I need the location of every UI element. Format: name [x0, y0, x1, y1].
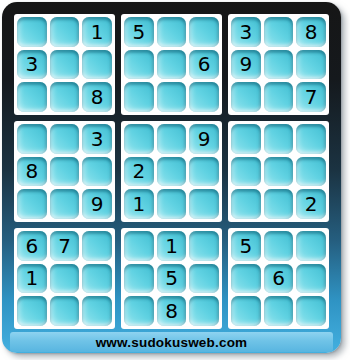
cell-r7c2[interactable]: 7	[50, 231, 80, 261]
cell-r9c1[interactable]	[17, 296, 47, 326]
cell-r7c9[interactable]	[296, 231, 326, 261]
cell-r1c9[interactable]: 8	[296, 17, 326, 47]
cell-r8c2[interactable]	[50, 264, 80, 294]
cell-r8c5[interactable]: 5	[157, 264, 187, 294]
cell-r7c8[interactable]	[264, 231, 294, 261]
cell-r5c5[interactable]	[157, 157, 187, 187]
cell-r8c1[interactable]: 1	[17, 264, 47, 294]
cell-r5c8[interactable]	[264, 157, 294, 187]
cell-r6c6[interactable]	[189, 189, 219, 219]
cell-r3c8[interactable]	[264, 82, 294, 112]
cell-r5c2[interactable]	[50, 157, 80, 187]
cell-r7c4[interactable]	[124, 231, 154, 261]
cell-r2c9[interactable]	[296, 50, 326, 80]
cell-r7c3[interactable]	[82, 231, 112, 261]
cell-r2c3[interactable]	[82, 50, 112, 80]
cell-r5c1[interactable]: 8	[17, 157, 47, 187]
cell-r2c5[interactable]	[157, 50, 187, 80]
cell-r1c1[interactable]	[17, 17, 47, 47]
cell-r7c6[interactable]	[189, 231, 219, 261]
cell-r6c3[interactable]: 9	[82, 189, 112, 219]
cell-r2c7[interactable]: 9	[231, 50, 261, 80]
cell-r6c2[interactable]	[50, 189, 80, 219]
box-band1-stack3: 3897	[228, 14, 329, 115]
box-band3-stack1: 671	[14, 228, 115, 329]
cell-r6c7[interactable]	[231, 189, 261, 219]
cell-r3c7[interactable]	[231, 82, 261, 112]
cell-r3c2[interactable]	[50, 82, 80, 112]
cell-r2c8[interactable]	[264, 50, 294, 80]
cell-r1c5[interactable]	[157, 17, 187, 47]
cell-r4c6[interactable]: 9	[189, 124, 219, 154]
box-band2-stack3: 2	[228, 121, 329, 222]
cell-r3c4[interactable]	[124, 82, 154, 112]
cell-r6c4[interactable]: 1	[124, 189, 154, 219]
cell-r3c3[interactable]: 8	[82, 82, 112, 112]
cell-r2c1[interactable]: 3	[17, 50, 47, 80]
cell-r4c7[interactable]	[231, 124, 261, 154]
cell-r3c5[interactable]	[157, 82, 187, 112]
cell-r3c9[interactable]: 7	[296, 82, 326, 112]
cell-r9c6[interactable]	[189, 296, 219, 326]
cell-r2c2[interactable]	[50, 50, 80, 80]
sudoku-grid: 138563897389921267115856	[14, 14, 329, 329]
cell-r6c5[interactable]	[157, 189, 187, 219]
cell-r1c3[interactable]: 1	[82, 17, 112, 47]
cell-r6c1[interactable]	[17, 189, 47, 219]
cell-r4c2[interactable]	[50, 124, 80, 154]
cell-r9c7[interactable]	[231, 296, 261, 326]
cell-r5c7[interactable]	[231, 157, 261, 187]
cell-r2c6[interactable]: 6	[189, 50, 219, 80]
cell-r8c7[interactable]	[231, 264, 261, 294]
cell-r7c7[interactable]: 5	[231, 231, 261, 261]
cell-r5c4[interactable]: 2	[124, 157, 154, 187]
cell-r5c3[interactable]	[82, 157, 112, 187]
cell-r8c3[interactable]	[82, 264, 112, 294]
cell-r6c9[interactable]: 2	[296, 189, 326, 219]
cell-r9c3[interactable]	[82, 296, 112, 326]
cell-r3c1[interactable]	[17, 82, 47, 112]
cell-r5c6[interactable]	[189, 157, 219, 187]
cell-r8c6[interactable]	[189, 264, 219, 294]
cell-r4c4[interactable]	[124, 124, 154, 154]
cell-r4c5[interactable]	[157, 124, 187, 154]
cell-r4c1[interactable]	[17, 124, 47, 154]
cell-r9c8[interactable]	[264, 296, 294, 326]
box-band3-stack3: 56	[228, 228, 329, 329]
cell-r8c4[interactable]	[124, 264, 154, 294]
cell-r6c8[interactable]	[264, 189, 294, 219]
box-band1-stack1: 138	[14, 14, 115, 115]
box-band2-stack1: 389	[14, 121, 115, 222]
cell-r4c9[interactable]	[296, 124, 326, 154]
cell-r1c6[interactable]	[189, 17, 219, 47]
cell-r1c4[interactable]: 5	[124, 17, 154, 47]
sudoku-board: 138563897389921267115856 www.sudokusweb.…	[2, 2, 341, 353]
cell-r5c9[interactable]	[296, 157, 326, 187]
cell-r1c2[interactable]	[50, 17, 80, 47]
box-band3-stack2: 158	[121, 228, 222, 329]
cell-r8c8[interactable]: 6	[264, 264, 294, 294]
cell-r2c4[interactable]	[124, 50, 154, 80]
cell-r4c3[interactable]: 3	[82, 124, 112, 154]
cell-r7c1[interactable]: 6	[17, 231, 47, 261]
cell-r3c6[interactable]	[189, 82, 219, 112]
cell-r1c7[interactable]: 3	[231, 17, 261, 47]
box-band1-stack2: 56	[121, 14, 222, 115]
cell-r9c2[interactable]	[50, 296, 80, 326]
cell-r9c5[interactable]: 8	[157, 296, 187, 326]
cell-r4c8[interactable]	[264, 124, 294, 154]
cell-r9c4[interactable]	[124, 296, 154, 326]
cell-r8c9[interactable]	[296, 264, 326, 294]
cell-r9c9[interactable]	[296, 296, 326, 326]
cell-r1c8[interactable]	[264, 17, 294, 47]
cell-r7c5[interactable]: 1	[157, 231, 187, 261]
footer-link[interactable]: www.sudokusweb.com	[10, 332, 333, 352]
box-band2-stack2: 921	[121, 121, 222, 222]
